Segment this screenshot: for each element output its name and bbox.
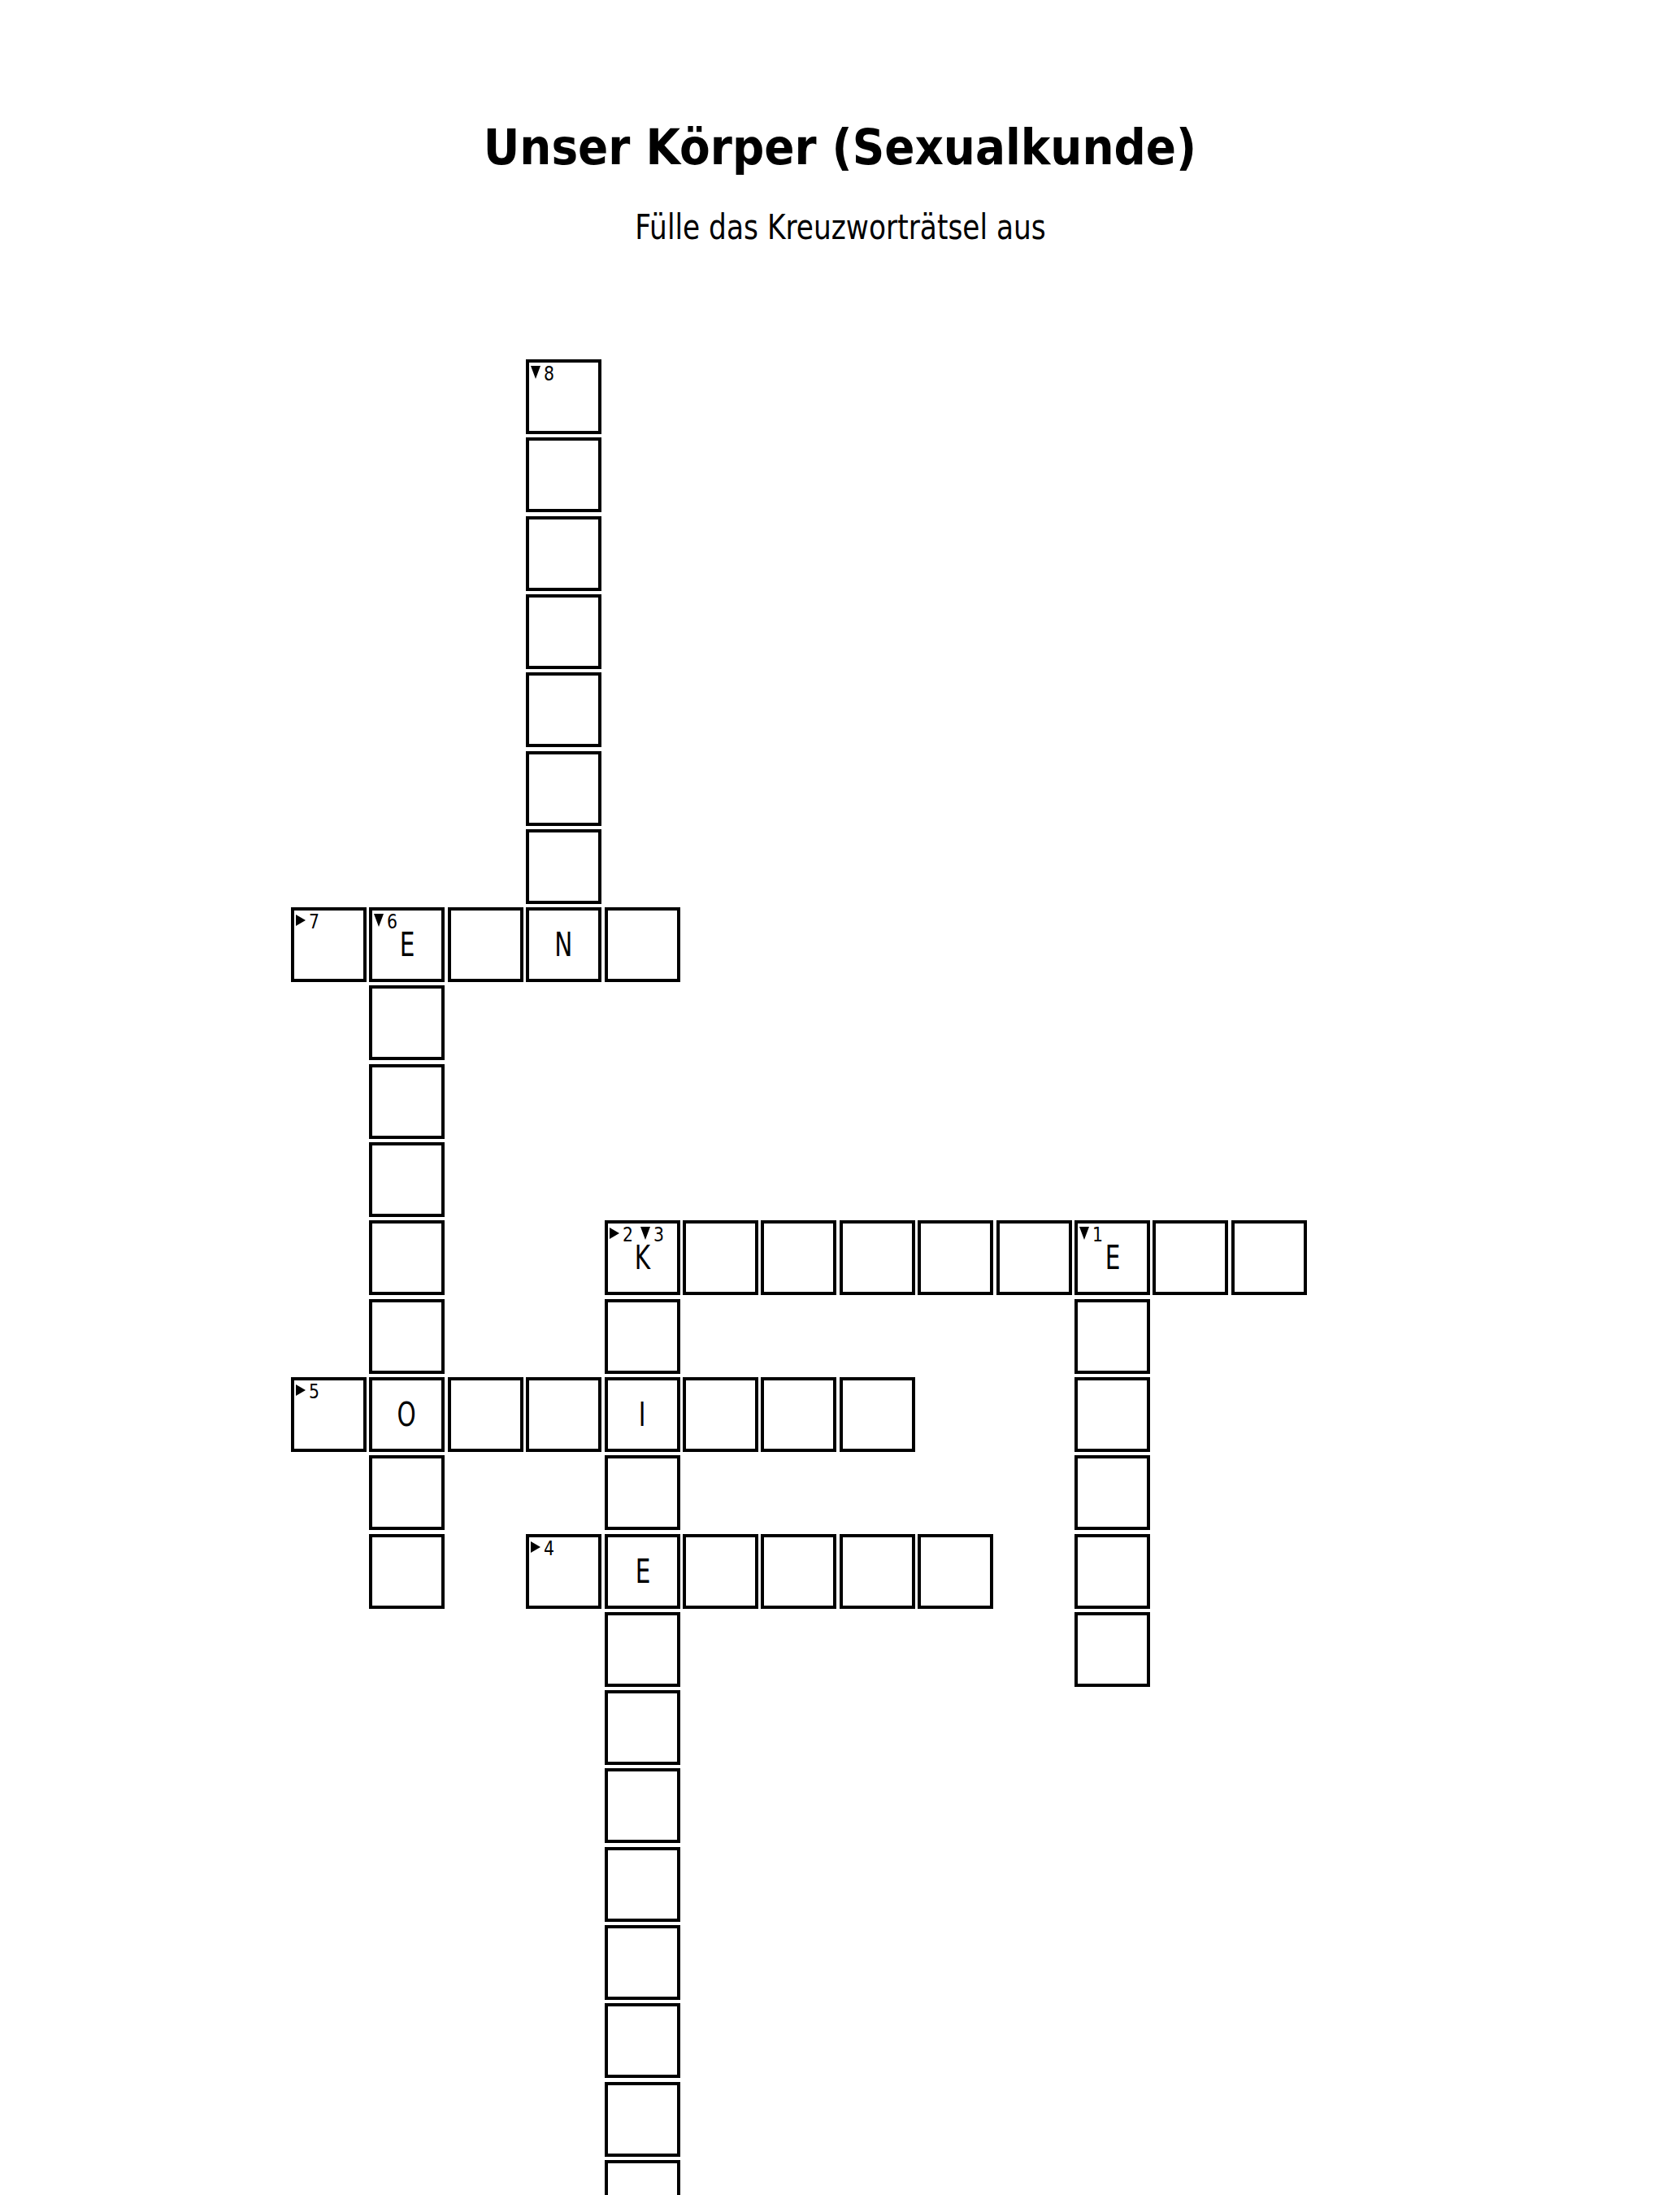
cell-r16c5[interactable]: E <box>605 1534 680 1609</box>
cell-r7c4[interactable] <box>526 829 601 904</box>
cell-r12c2[interactable] <box>369 1220 445 1295</box>
clue-7-across-label: 7 <box>296 913 321 932</box>
cell-r14c7[interactable] <box>761 1377 836 1452</box>
cell-r8c3[interactable] <box>448 907 523 982</box>
arrow-right-icon <box>610 1228 619 1239</box>
cell-r15c11[interactable] <box>1074 1455 1150 1530</box>
page-title-text: Unser Körper (Sexualkunde) <box>484 122 1196 172</box>
cell-r8c5[interactable] <box>605 907 680 982</box>
clue-number: 3 <box>653 1225 664 1245</box>
page-subtitle-text: Fülle das Kreuzworträtsel aus <box>635 210 1046 245</box>
arrow-right-icon <box>296 915 306 926</box>
cell-r6c4[interactable] <box>526 751 601 826</box>
cell-r14c11[interactable] <box>1074 1377 1150 1452</box>
clue-number-labels: 6 <box>374 913 399 932</box>
cell-r2c4[interactable] <box>526 437 601 512</box>
cell-r4c4[interactable] <box>526 594 601 669</box>
cell-r14c4[interactable] <box>526 1377 601 1452</box>
cell-r8c4[interactable]: N <box>526 907 601 982</box>
cell-r8c1[interactable]: 7 <box>291 907 367 982</box>
cell-r12c13[interactable] <box>1231 1220 1307 1295</box>
cell-letter: O <box>397 1398 416 1432</box>
clue-6-down-label: 6 <box>374 913 399 932</box>
cell-r14c1[interactable]: 5 <box>291 1377 367 1452</box>
cell-r10c2[interactable] <box>369 1064 445 1139</box>
cell-r19c5[interactable] <box>605 1768 680 1843</box>
cell-r24c5[interactable] <box>605 2160 680 2195</box>
cell-letter: E <box>635 1555 650 1589</box>
arrow-down-icon <box>531 366 540 379</box>
cell-r16c7[interactable] <box>761 1534 836 1609</box>
cell-r14c8[interactable] <box>840 1377 915 1452</box>
cell-r5c4[interactable] <box>526 672 601 747</box>
cell-r17c11[interactable] <box>1074 1612 1150 1687</box>
arrow-down-icon <box>374 914 384 927</box>
cell-r8c2[interactable]: 6E <box>369 907 445 982</box>
crossword-worksheet: Unser Körper (Sexualkunde) Fülle das Kre… <box>0 0 1680 2195</box>
arrow-right-icon <box>296 1384 306 1396</box>
cell-r14c2[interactable]: O <box>369 1377 445 1452</box>
cell-r12c10[interactable] <box>996 1220 1072 1295</box>
cell-letter: N <box>554 928 572 962</box>
cell-r22c5[interactable] <box>605 2003 680 2078</box>
clue-number-labels: 8 <box>531 365 556 384</box>
cell-r16c11[interactable] <box>1074 1534 1150 1609</box>
clue-number: 6 <box>387 912 397 932</box>
clue-8-down-label: 8 <box>531 365 556 384</box>
clue-number-labels: 4 <box>531 1540 556 1558</box>
page-title: Unser Körper (Sexualkunde) <box>0 122 1680 172</box>
cell-r12c9[interactable] <box>918 1220 993 1295</box>
cell-r16c9[interactable] <box>918 1534 993 1609</box>
clue-4-across-label: 4 <box>531 1540 556 1558</box>
arrow-right-icon <box>531 1541 540 1553</box>
cell-r23c5[interactable] <box>605 2082 680 2157</box>
clue-number: 2 <box>623 1225 633 1245</box>
cell-r14c5[interactable]: I <box>605 1377 680 1452</box>
cell-r13c2[interactable] <box>369 1299 445 1374</box>
cell-r11c2[interactable] <box>369 1142 445 1217</box>
cell-r17c5[interactable] <box>605 1612 680 1687</box>
cell-r12c7[interactable] <box>761 1220 836 1295</box>
cell-r16c8[interactable] <box>840 1534 915 1609</box>
cell-r12c12[interactable] <box>1153 1220 1228 1295</box>
clue-number: 4 <box>544 1539 554 1558</box>
cell-letter: K <box>635 1241 650 1275</box>
cell-r12c11[interactable]: 1E <box>1074 1220 1150 1295</box>
cell-r16c6[interactable] <box>683 1534 758 1609</box>
arrow-down-icon <box>1079 1227 1089 1240</box>
cell-r15c5[interactable] <box>605 1455 680 1530</box>
cell-r15c2[interactable] <box>369 1455 445 1530</box>
clue-number: 7 <box>309 912 319 932</box>
cell-letter: I <box>639 1398 646 1432</box>
cell-r12c8[interactable] <box>840 1220 915 1295</box>
cell-letter: E <box>399 928 415 962</box>
cell-r20c5[interactable] <box>605 1847 680 1922</box>
cell-r1c4[interactable]: 8 <box>526 359 601 434</box>
cell-r13c11[interactable] <box>1074 1299 1150 1374</box>
clue-number-labels: 1 <box>1079 1226 1105 1245</box>
clue-5-across-label: 5 <box>296 1383 321 1402</box>
cell-r14c6[interactable] <box>683 1377 758 1452</box>
clue-number: 1 <box>1092 1225 1103 1245</box>
cell-r16c2[interactable] <box>369 1534 445 1609</box>
cell-r3c4[interactable] <box>526 516 601 591</box>
clue-1-down-label: 1 <box>1079 1226 1105 1245</box>
clue-2-across-label: 2 <box>610 1226 635 1245</box>
cell-r12c6[interactable] <box>683 1220 758 1295</box>
cell-r18c5[interactable] <box>605 1690 680 1765</box>
cell-r14c3[interactable] <box>448 1377 523 1452</box>
clue-number: 5 <box>309 1382 319 1402</box>
cell-r9c2[interactable] <box>369 985 445 1060</box>
clue-number-labels: 5 <box>296 1383 321 1402</box>
page-subtitle: Fülle das Kreuzworträtsel aus <box>0 210 1680 245</box>
clue-number-labels: 7 <box>296 913 321 932</box>
cell-r21c5[interactable] <box>605 1925 680 2000</box>
cell-r13c5[interactable] <box>605 1299 680 1374</box>
cell-r16c4[interactable]: 4 <box>526 1534 601 1609</box>
cell-letter: E <box>1105 1241 1120 1275</box>
clue-number: 8 <box>544 364 554 384</box>
cell-r12c5[interactable]: 23K <box>605 1220 680 1295</box>
crossword-grid: 876EN23K1E5OI4E <box>291 359 1310 2195</box>
